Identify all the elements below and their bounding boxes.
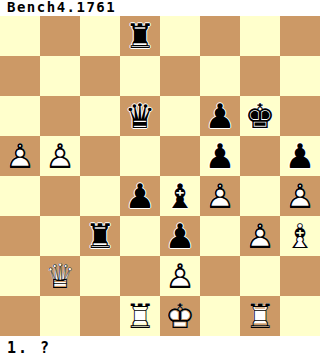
piece-black-pawn: ♟ xyxy=(120,176,160,216)
square-b3 xyxy=(40,216,80,256)
square-f1 xyxy=(200,296,240,336)
square-c7 xyxy=(80,56,120,96)
square-c5 xyxy=(80,136,120,176)
square-b7 xyxy=(40,56,80,96)
square-c3: ♜ xyxy=(80,216,120,256)
square-d6: ♛ xyxy=(120,96,160,136)
piece-black-queen: ♛ xyxy=(120,96,160,136)
square-d4: ♟ xyxy=(120,176,160,216)
square-b6 xyxy=(40,96,80,136)
square-b1 xyxy=(40,296,80,336)
square-e8 xyxy=(160,16,200,56)
piece-white-pawn: ♟♙ xyxy=(200,176,240,216)
piece-black-rook: ♜ xyxy=(80,216,120,256)
square-f3 xyxy=(200,216,240,256)
piece-white-king: ♚♔ xyxy=(160,296,200,336)
piece-white-pawn: ♟♙ xyxy=(160,256,200,296)
square-d2 xyxy=(120,256,160,296)
square-g8 xyxy=(240,16,280,56)
square-g1: ♜♖ xyxy=(240,296,280,336)
square-a4 xyxy=(0,176,40,216)
square-d1: ♜♖ xyxy=(120,296,160,336)
square-g3: ♟♙ xyxy=(240,216,280,256)
piece-black-rook: ♜ xyxy=(120,16,160,56)
move-prompt: 1. ? xyxy=(0,336,320,360)
square-d3 xyxy=(120,216,160,256)
square-c2 xyxy=(80,256,120,296)
square-e6 xyxy=(160,96,200,136)
square-h2 xyxy=(280,256,320,296)
square-d7 xyxy=(120,56,160,96)
square-f8 xyxy=(200,16,240,56)
square-c6 xyxy=(80,96,120,136)
square-b8 xyxy=(40,16,80,56)
piece-black-pawn: ♟ xyxy=(280,136,320,176)
piece-white-pawn: ♟♙ xyxy=(240,216,280,256)
square-b5: ♟♙ xyxy=(40,136,80,176)
square-e7 xyxy=(160,56,200,96)
square-a8 xyxy=(0,16,40,56)
square-e3: ♟ xyxy=(160,216,200,256)
piece-white-queen: ♛♕ xyxy=(40,256,80,296)
square-f2 xyxy=(200,256,240,296)
square-f4: ♟♙ xyxy=(200,176,240,216)
square-d8: ♜ xyxy=(120,16,160,56)
square-h8 xyxy=(280,16,320,56)
square-c1 xyxy=(80,296,120,336)
piece-black-bishop: ♝ xyxy=(160,176,200,216)
square-h3: ♝♗ xyxy=(280,216,320,256)
square-e4: ♝ xyxy=(160,176,200,216)
square-h6 xyxy=(280,96,320,136)
square-c8 xyxy=(80,16,120,56)
square-a6 xyxy=(0,96,40,136)
square-g5 xyxy=(240,136,280,176)
piece-black-king: ♚ xyxy=(240,96,280,136)
piece-white-pawn: ♟♙ xyxy=(0,136,40,176)
square-b4 xyxy=(40,176,80,216)
square-f5: ♟ xyxy=(200,136,240,176)
square-e2: ♟♙ xyxy=(160,256,200,296)
piece-black-pawn: ♟ xyxy=(160,216,200,256)
square-h7 xyxy=(280,56,320,96)
piece-black-pawn: ♟ xyxy=(200,96,240,136)
page-title: Bench4.1761 xyxy=(0,0,320,16)
square-g6: ♚ xyxy=(240,96,280,136)
square-a7 xyxy=(0,56,40,96)
piece-black-pawn: ♟ xyxy=(200,136,240,176)
piece-white-pawn: ♟♙ xyxy=(40,136,80,176)
square-f6: ♟ xyxy=(200,96,240,136)
square-e1: ♚♔ xyxy=(160,296,200,336)
square-a3 xyxy=(0,216,40,256)
square-b2: ♛♕ xyxy=(40,256,80,296)
square-h1 xyxy=(280,296,320,336)
square-f7 xyxy=(200,56,240,96)
square-h5: ♟ xyxy=(280,136,320,176)
square-a2 xyxy=(0,256,40,296)
square-c4 xyxy=(80,176,120,216)
piece-white-rook: ♜♖ xyxy=(240,296,280,336)
square-a1 xyxy=(0,296,40,336)
piece-white-pawn: ♟♙ xyxy=(280,176,320,216)
square-e5 xyxy=(160,136,200,176)
square-h4: ♟♙ xyxy=(280,176,320,216)
chess-board: ♜♛♟♚♟♙♟♙♟♟♟♝♟♙♟♙♜♟♟♙♝♗♛♕♟♙♜♖♚♔♜♖ xyxy=(0,16,320,336)
square-d5 xyxy=(120,136,160,176)
square-g2 xyxy=(240,256,280,296)
square-a5: ♟♙ xyxy=(0,136,40,176)
square-g4 xyxy=(240,176,280,216)
square-g7 xyxy=(240,56,280,96)
piece-white-rook: ♜♖ xyxy=(120,296,160,336)
piece-white-bishop: ♝♗ xyxy=(280,216,320,256)
